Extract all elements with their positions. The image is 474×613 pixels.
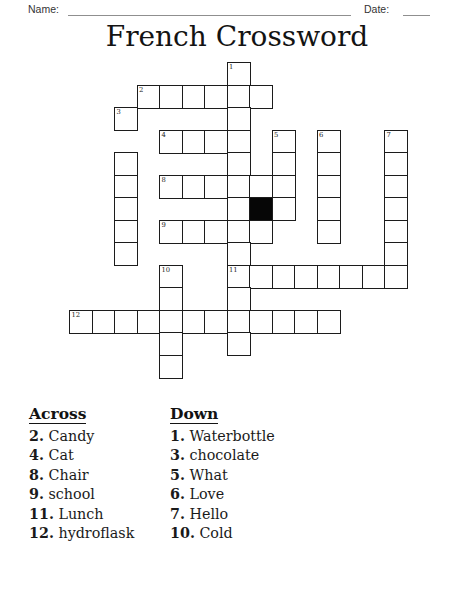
black-cell — [249, 197, 273, 221]
clue-number-label: 9. — [29, 486, 44, 502]
date-line[interactable] — [403, 15, 430, 16]
cell-r9c9[interactable] — [272, 265, 296, 289]
clue-number-7: 7 — [387, 131, 391, 139]
cell-r5c7[interactable] — [227, 175, 251, 199]
cell-r5c5[interactable] — [182, 175, 206, 199]
cell-r6c14[interactable] — [384, 197, 408, 221]
clue-number-6: 6 — [319, 131, 323, 139]
across-clue-list: 2. Candy4. Cat8. Chair9. school11. Lunch… — [29, 427, 134, 543]
clue-text: school — [44, 486, 95, 502]
clue-number-12: 12 — [72, 311, 81, 319]
clue-down-7: 7. Hello — [170, 505, 275, 524]
cell-r11c0[interactable]: 12 — [69, 310, 93, 334]
cell-r3c4[interactable]: 4 — [159, 130, 183, 154]
cell-r9c7[interactable]: 11 — [227, 265, 251, 289]
clue-number-label: 3. — [170, 447, 185, 463]
cell-r6c9[interactable] — [272, 197, 296, 221]
cell-r2c2[interactable]: 3 — [114, 107, 138, 131]
cell-r3c11[interactable]: 6 — [317, 130, 341, 154]
cell-r0c7[interactable]: 1 — [227, 62, 251, 86]
cell-r9c11[interactable] — [317, 265, 341, 289]
clue-text: Cold — [195, 525, 233, 541]
clue-number-4: 4 — [162, 131, 166, 139]
cell-r6c7[interactable] — [227, 197, 251, 221]
clue-number-label: 11. — [29, 506, 54, 522]
cell-r11c8[interactable] — [249, 310, 273, 334]
clue-text: hydroflask — [54, 525, 134, 541]
clue-text: Cat — [44, 447, 74, 463]
cell-r3c6[interactable] — [204, 130, 228, 154]
cell-r8c14[interactable] — [384, 242, 408, 266]
clue-number-label: 6. — [170, 486, 185, 502]
clue-number-5: 5 — [274, 131, 278, 139]
clue-number-label: 5. — [170, 467, 185, 483]
across-header: Across — [29, 404, 86, 424]
cell-r2c7[interactable] — [227, 107, 251, 131]
clue-across-4: 4. Cat — [29, 446, 134, 465]
clue-text: Chair — [44, 467, 89, 483]
cell-r1c7[interactable] — [227, 85, 251, 109]
cell-r13c4[interactable] — [159, 355, 183, 379]
cell-r9c12[interactable] — [339, 265, 363, 289]
cell-r10c7[interactable] — [227, 287, 251, 311]
cell-r9c13[interactable] — [362, 265, 386, 289]
cell-r4c11[interactable] — [317, 152, 341, 176]
clue-across-12: 12. hydroflask — [29, 524, 134, 543]
clue-down-3: 3. chocolate — [170, 446, 275, 465]
clue-number-label: 4. — [29, 447, 44, 463]
crossword-grid: 123456789101112 — [69, 62, 409, 380]
cell-r3c14[interactable]: 7 — [384, 130, 408, 154]
cell-r8c2[interactable] — [114, 242, 138, 266]
cell-r7c5[interactable] — [182, 220, 206, 244]
clue-number-label: 10. — [170, 525, 195, 541]
clue-down-1: 1. Waterbottle — [170, 427, 275, 446]
page-title: French Crossword — [0, 20, 474, 54]
clue-number-11: 11 — [229, 266, 238, 274]
cell-r11c9[interactable] — [272, 310, 296, 334]
clue-number-9: 9 — [162, 221, 166, 229]
cell-r4c9[interactable] — [272, 152, 296, 176]
cell-r12c4[interactable] — [159, 332, 183, 356]
clue-text: Candy — [44, 428, 94, 444]
cell-r5c8[interactable] — [249, 175, 273, 199]
cell-r9c4[interactable]: 10 — [159, 265, 183, 289]
clue-number-label: 7. — [170, 506, 185, 522]
clue-down-5: 5. What — [170, 466, 275, 485]
cell-r10c4[interactable] — [159, 287, 183, 311]
cell-r8c7[interactable] — [227, 242, 251, 266]
cell-r11c10[interactable] — [294, 310, 318, 334]
cell-r11c4[interactable] — [159, 310, 183, 334]
cell-r11c1[interactable] — [92, 310, 116, 334]
cell-r9c10[interactable] — [294, 265, 318, 289]
cell-r7c4[interactable]: 9 — [159, 220, 183, 244]
cell-r5c2[interactable] — [114, 175, 138, 199]
cell-r4c7[interactable] — [227, 152, 251, 176]
down-header: Down — [170, 404, 218, 424]
cell-r6c2[interactable] — [114, 197, 138, 221]
date-label: Date: — [364, 3, 389, 15]
clue-across-8: 8. Chair — [29, 466, 134, 485]
clue-number-10: 10 — [162, 266, 171, 274]
clue-number-8: 8 — [162, 176, 166, 184]
clue-down-10: 10. Cold — [170, 524, 275, 543]
name-line[interactable] — [68, 15, 351, 16]
clue-down-6: 6. Love — [170, 485, 275, 504]
cell-r7c7[interactable] — [227, 220, 251, 244]
cell-r3c7[interactable] — [227, 130, 251, 154]
clue-across-2: 2. Candy — [29, 427, 134, 446]
cell-r11c6[interactable] — [204, 310, 228, 334]
clue-text: Lunch — [54, 506, 104, 522]
cell-r1c4[interactable] — [159, 85, 183, 109]
clue-text: Love — [185, 486, 224, 502]
cell-r3c9[interactable]: 5 — [272, 130, 296, 154]
clue-across-9: 9. school — [29, 485, 134, 504]
clue-number-1: 1 — [229, 63, 233, 71]
cell-r11c2[interactable] — [114, 310, 138, 334]
cell-r9c8[interactable] — [249, 265, 273, 289]
cell-r6c11[interactable] — [317, 197, 341, 221]
cell-r7c14[interactable] — [384, 220, 408, 244]
clue-number-label: 2. — [29, 428, 44, 444]
down-clue-list: 1. Waterbottle3. chocolate5. What6. Love… — [170, 427, 275, 543]
cell-r12c7[interactable] — [227, 332, 251, 356]
crossword-worksheet: Name: Date: French Crossword 12345678910… — [0, 0, 474, 613]
cell-r5c9[interactable] — [272, 175, 296, 199]
cell-r5c11[interactable] — [317, 175, 341, 199]
cell-r11c3[interactable] — [137, 310, 161, 334]
clue-number-label: 1. — [170, 428, 185, 444]
cell-r1c5[interactable] — [182, 85, 206, 109]
cell-r11c5[interactable] — [182, 310, 206, 334]
clue-number-label: 12. — [29, 525, 54, 541]
clue-number-3: 3 — [117, 108, 121, 116]
clue-text: What — [185, 467, 228, 483]
cell-r1c8[interactable] — [249, 85, 273, 109]
cell-r7c2[interactable] — [114, 220, 138, 244]
cell-r11c7[interactable] — [227, 310, 251, 334]
cell-r5c14[interactable] — [384, 175, 408, 199]
clue-across-11: 11. Lunch — [29, 505, 134, 524]
cell-r5c4[interactable]: 8 — [159, 175, 183, 199]
clue-number-label: 8. — [29, 467, 44, 483]
cell-r7c6[interactable] — [204, 220, 228, 244]
cell-r4c2[interactable] — [114, 152, 138, 176]
name-label: Name: — [28, 3, 59, 15]
cell-r7c8[interactable] — [249, 220, 273, 244]
clue-text: Hello — [185, 506, 228, 522]
cell-r3c5[interactable] — [182, 130, 206, 154]
cell-r7c11[interactable] — [317, 220, 341, 244]
clue-text: Waterbottle — [185, 428, 275, 444]
cell-r11c11[interactable] — [317, 310, 341, 334]
cell-r4c14[interactable] — [384, 152, 408, 176]
cell-r9c14[interactable] — [384, 265, 408, 289]
down-clues-section: Down 1. Waterbottle3. chocolate5. What6.… — [170, 404, 275, 543]
clue-number-2: 2 — [139, 86, 143, 94]
clue-text: chocolate — [185, 447, 259, 463]
cell-r5c6[interactable] — [204, 175, 228, 199]
cell-r1c6[interactable] — [204, 85, 228, 109]
across-clues-section: Across 2. Candy4. Cat8. Chair9. school11… — [29, 404, 134, 543]
cell-r1c3[interactable]: 2 — [137, 85, 161, 109]
